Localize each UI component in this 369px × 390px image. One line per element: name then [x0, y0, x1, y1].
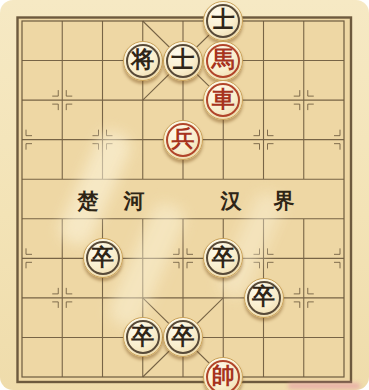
piece-red-chariot[interactable]: 車: [203, 80, 243, 120]
pieces-layer: 士将士馬車兵卒卒卒卒卒帥: [2, 1, 364, 390]
piece-glyph: 士: [172, 48, 195, 71]
piece-red-horse[interactable]: 馬: [203, 41, 243, 81]
piece-red-general[interactable]: 帥: [203, 357, 243, 390]
piece-glyph: 馬: [212, 48, 235, 71]
piece-glyph: 帥: [212, 364, 235, 387]
piece-glyph: 卒: [131, 325, 154, 348]
piece-black-soldier[interactable]: 卒: [123, 317, 163, 357]
piece-glyph: 卒: [172, 325, 195, 348]
piece-black-soldier[interactable]: 卒: [244, 278, 284, 318]
piece-black-soldier[interactable]: 卒: [83, 238, 123, 278]
piece-glyph: 車: [212, 88, 235, 111]
piece-black-advisor[interactable]: 士: [203, 1, 243, 41]
piece-black-soldier[interactable]: 卒: [203, 238, 243, 278]
piece-glyph: 兵: [172, 127, 195, 150]
board-card: 楚 河 汉 界 士将士馬車兵卒卒卒卒卒帥: [0, 0, 369, 390]
piece-black-soldier[interactable]: 卒: [163, 317, 203, 357]
piece-glyph: 卒: [252, 285, 275, 308]
xiangqi-screenshot: 楚 河 汉 界 士将士馬車兵卒卒卒卒卒帥: [0, 0, 369, 390]
piece-glyph: 士: [212, 8, 235, 31]
piece-glyph: 将: [131, 48, 154, 71]
piece-black-general[interactable]: 将: [123, 41, 163, 81]
piece-glyph: 卒: [91, 246, 114, 269]
piece-black-advisor[interactable]: 士: [163, 41, 203, 81]
piece-glyph: 卒: [212, 246, 235, 269]
piece-red-soldier[interactable]: 兵: [163, 120, 203, 160]
